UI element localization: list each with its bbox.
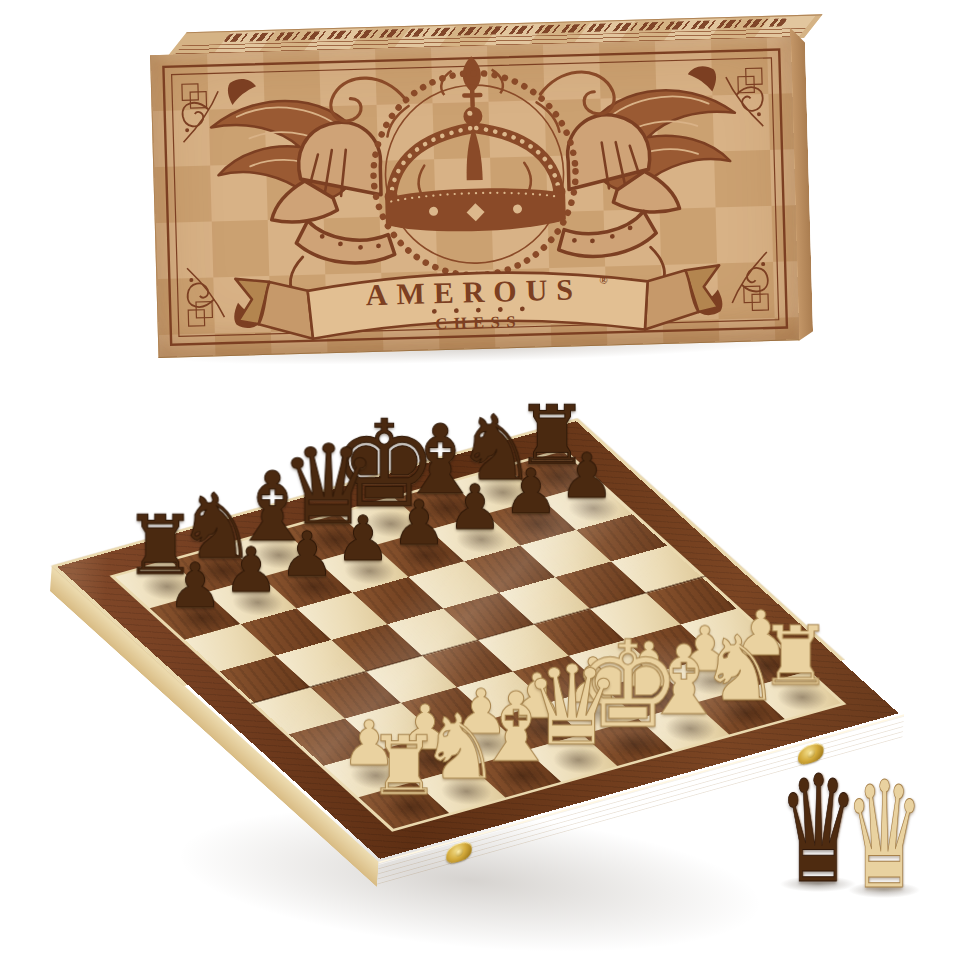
- brass-latch-icon: [445, 840, 472, 866]
- box-front: AMEROUS ® CHESS: [150, 37, 799, 358]
- light-queen-glyph: ♛: [845, 762, 925, 910]
- product-box: AMEROUS ® CHESS: [145, 15, 814, 367]
- knight-helmet-left: [210, 98, 396, 305]
- knight-helmet-right: [554, 88, 740, 295]
- box-artwork: AMEROUS ® CHESS: [151, 37, 799, 357]
- subtitle-text: CHESS: [435, 312, 522, 333]
- square-a5[interactable]: [219, 656, 310, 703]
- registered-mark: ®: [599, 273, 608, 285]
- brand-text: AMEROUS: [365, 272, 582, 311]
- product-photo: AMEROUS ® CHESS ♜♞♝♛♚♝♞♜♟♟♟♟: [0, 0, 960, 960]
- spare-light-queen[interactable]: ♛: [818, 762, 948, 910]
- square-a1[interactable]: ♜: [359, 782, 450, 829]
